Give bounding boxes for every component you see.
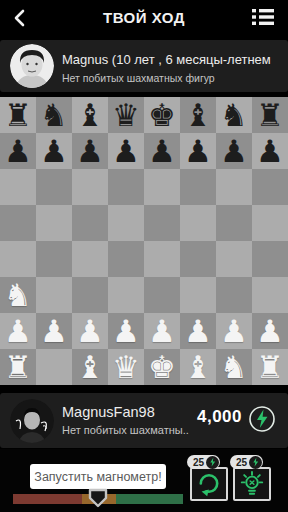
square-a3[interactable]: ♞ (0, 277, 36, 313)
magnometer-tooltip: Запустить магнометр! (30, 464, 166, 489)
square-e2[interactable]: ♟ (144, 313, 180, 349)
square-d7[interactable]: ♟ (108, 133, 144, 169)
square-a4[interactable] (0, 241, 36, 277)
piece-white-bishop[interactable]: ♝ (76, 349, 104, 385)
square-c1[interactable]: ♝ (72, 349, 108, 385)
hint-cost: 25 (236, 457, 247, 468)
square-h8[interactable]: ♜ (252, 97, 288, 133)
player-name: MagnusFan98 (62, 404, 192, 420)
square-c6[interactable] (72, 169, 108, 205)
square-h1[interactable]: ♜ (252, 349, 288, 385)
piece-black-pawn[interactable]: ♟ (184, 133, 212, 169)
piece-white-pawn[interactable]: ♟ (4, 313, 32, 349)
square-g6[interactable] (216, 169, 252, 205)
hint-cost-badge: 25 (230, 455, 263, 469)
square-a1[interactable]: ♜ (0, 349, 36, 385)
square-d3[interactable] (108, 277, 144, 313)
square-f6[interactable] (180, 169, 216, 205)
square-h3[interactable] (252, 277, 288, 313)
piece-black-king[interactable]: ♚ (148, 97, 176, 133)
square-b1[interactable] (36, 349, 72, 385)
square-b7[interactable]: ♟ (36, 133, 72, 169)
square-f3[interactable] (180, 277, 216, 313)
piece-black-pawn[interactable]: ♟ (40, 133, 68, 169)
page-title: ТВОЙ ХОД (0, 9, 288, 26)
player-card[interactable]: MagnusFan98 Нет побитых шахматны.. 4,000 (0, 393, 288, 448)
square-d6[interactable] (108, 169, 144, 205)
small-lightning-icon (206, 456, 219, 469)
opponent-name: Magnus (10 лет , 6 месяцы-летнем (62, 52, 288, 67)
square-b2[interactable]: ♟ (36, 313, 72, 349)
square-d4[interactable] (108, 241, 144, 277)
square-c2[interactable]: ♟ (72, 313, 108, 349)
square-c5[interactable] (72, 205, 108, 241)
piece-white-knight[interactable]: ♞ (4, 277, 32, 313)
piece-black-pawn[interactable]: ♟ (4, 133, 32, 169)
lightbulb-icon (239, 471, 265, 497)
square-a2[interactable]: ♟ (0, 313, 36, 349)
square-a8[interactable]: ♜ (0, 97, 36, 133)
opponent-avatar (10, 44, 54, 88)
square-f2[interactable]: ♟ (180, 313, 216, 349)
undo-button[interactable] (190, 467, 228, 501)
square-c4[interactable] (72, 241, 108, 277)
square-g2[interactable]: ♟ (216, 313, 252, 349)
square-c3[interactable] (72, 277, 108, 313)
square-h6[interactable] (252, 169, 288, 205)
energy-count: 4,000 (197, 407, 242, 427)
square-c7[interactable]: ♟ (72, 133, 108, 169)
square-a7[interactable]: ♟ (0, 133, 36, 169)
small-lightning-icon (249, 456, 262, 469)
piece-black-pawn[interactable]: ♟ (256, 133, 284, 169)
piece-black-pawn[interactable]: ♟ (76, 133, 104, 169)
square-b4[interactable] (36, 241, 72, 277)
gauge-segment-0 (13, 494, 82, 504)
square-f7[interactable]: ♟ (180, 133, 216, 169)
undo-cost: 25 (193, 457, 204, 468)
square-e3[interactable] (144, 277, 180, 313)
square-g5[interactable] (216, 205, 252, 241)
square-e6[interactable] (144, 169, 180, 205)
piece-black-bishop[interactable]: ♝ (184, 97, 212, 133)
square-f5[interactable] (180, 205, 216, 241)
piece-black-rook[interactable]: ♜ (4, 97, 32, 133)
chess-app-screen: ТВОЙ ХОД Magnus (10 лет , 6 месяцы-летне… (0, 0, 288, 512)
square-g1[interactable]: ♞ (216, 349, 252, 385)
square-b5[interactable] (36, 205, 72, 241)
piece-black-pawn[interactable]: ♟ (112, 133, 140, 169)
piece-black-knight[interactable]: ♞ (220, 97, 248, 133)
square-e7[interactable]: ♟ (144, 133, 180, 169)
square-b3[interactable] (36, 277, 72, 313)
square-f4[interactable] (180, 241, 216, 277)
menu-list-icon[interactable] (252, 8, 274, 26)
app-bar: ТВОЙ ХОД (0, 0, 288, 38)
gauge-marker-icon[interactable] (87, 488, 109, 508)
square-d8[interactable]: ♛ (108, 97, 144, 133)
piece-white-knight[interactable]: ♞ (220, 349, 248, 385)
undo-cost-badge: 25 (187, 455, 220, 469)
square-g7[interactable]: ♟ (216, 133, 252, 169)
square-h5[interactable] (252, 205, 288, 241)
square-a5[interactable] (0, 205, 36, 241)
square-f1[interactable]: ♝ (180, 349, 216, 385)
piece-white-pawn[interactable]: ♟ (40, 313, 68, 349)
piece-black-rook[interactable]: ♜ (256, 97, 284, 133)
bottom-controls: Запустить магнометр! 25 (0, 449, 288, 512)
square-g4[interactable] (216, 241, 252, 277)
square-d5[interactable] (108, 205, 144, 241)
piece-black-queen[interactable]: ♛ (112, 97, 140, 133)
opponent-card[interactable]: Magnus (10 лет , 6 месяцы-летнем Нет поб… (0, 40, 288, 92)
piece-white-pawn[interactable]: ♟ (256, 313, 284, 349)
square-h4[interactable] (252, 241, 288, 277)
square-a6[interactable] (0, 169, 36, 205)
square-d2[interactable]: ♟ (108, 313, 144, 349)
square-e5[interactable] (144, 205, 180, 241)
piece-black-pawn[interactable]: ♟ (148, 133, 176, 169)
hint-button[interactable] (233, 467, 271, 501)
piece-white-pawn[interactable]: ♟ (220, 313, 248, 349)
piece-black-bishop[interactable]: ♝ (76, 97, 104, 133)
gauge-segment-2 (116, 494, 183, 504)
square-e8[interactable]: ♚ (144, 97, 180, 133)
piece-white-bishop[interactable]: ♝ (184, 349, 212, 385)
square-f8[interactable]: ♝ (180, 97, 216, 133)
piece-white-rook[interactable]: ♜ (4, 349, 32, 385)
chess-board[interactable]: ♜♞♝♛♚♝♞♜♟♟♟♟♟♟♟♟♞♟♟♟♟♟♟♟♟♜♝♛♚♝♞♜ (0, 97, 288, 385)
piece-white-king[interactable]: ♚ (148, 349, 176, 385)
piece-white-pawn[interactable]: ♟ (112, 313, 140, 349)
piece-white-pawn[interactable]: ♟ (148, 313, 176, 349)
piece-white-queen[interactable]: ♛ (112, 349, 140, 385)
piece-white-rook[interactable]: ♜ (256, 349, 284, 385)
square-b8[interactable]: ♞ (36, 97, 72, 133)
square-d1[interactable]: ♛ (108, 349, 144, 385)
square-g8[interactable]: ♞ (216, 97, 252, 133)
piece-black-knight[interactable]: ♞ (40, 97, 68, 133)
undo-icon (195, 471, 223, 497)
player-captured-status: Нет побитых шахматны.. (62, 424, 190, 436)
opponent-captured-status: Нет побитых шахматных фигур (62, 72, 288, 84)
square-c8[interactable]: ♝ (72, 97, 108, 133)
piece-black-pawn[interactable]: ♟ (220, 133, 248, 169)
piece-white-pawn[interactable]: ♟ (76, 313, 104, 349)
square-g3[interactable] (216, 277, 252, 313)
square-e4[interactable] (144, 241, 180, 277)
piece-white-pawn[interactable]: ♟ (184, 313, 212, 349)
square-h2[interactable]: ♟ (252, 313, 288, 349)
square-h7[interactable]: ♟ (252, 133, 288, 169)
square-b6[interactable] (36, 169, 72, 205)
player-avatar (10, 399, 54, 443)
square-e1[interactable]: ♚ (144, 349, 180, 385)
lightning-circle-icon (248, 405, 276, 433)
